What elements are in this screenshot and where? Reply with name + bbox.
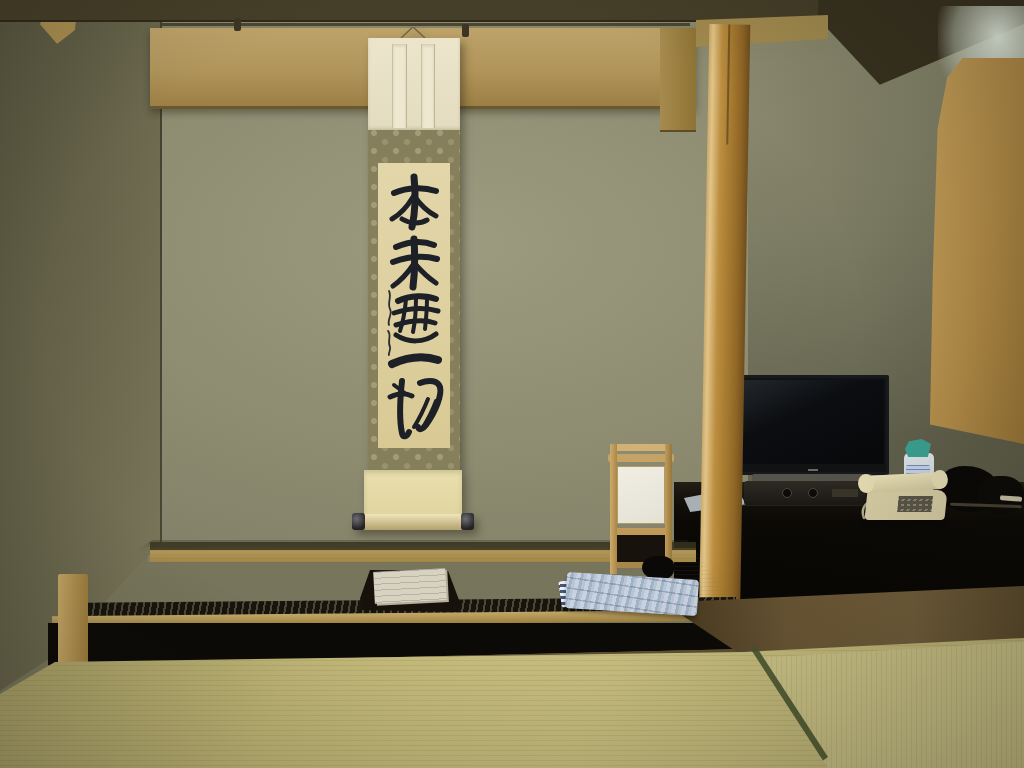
char-mu xyxy=(394,296,438,341)
lantern-leg xyxy=(665,444,672,574)
lintel-end-piece xyxy=(660,28,696,132)
player-knob xyxy=(782,488,792,498)
spray-bottle-trigger xyxy=(905,439,931,457)
roller-knob-left xyxy=(352,513,365,530)
scroll-bottom-section xyxy=(364,470,462,516)
wall-cabinet xyxy=(928,58,1024,450)
char-ichi xyxy=(392,357,438,364)
lantern-mid-rail xyxy=(612,528,670,535)
phone-keypad xyxy=(897,496,933,512)
tv-stand xyxy=(752,474,872,481)
futai-strip xyxy=(421,44,435,128)
tv-screen xyxy=(740,380,884,464)
char-rai xyxy=(393,239,437,287)
folded-yukata xyxy=(560,572,702,620)
player-knob xyxy=(808,488,818,498)
paper-lantern xyxy=(608,444,676,580)
artist-signature xyxy=(388,291,391,355)
scroll-top-section xyxy=(368,38,460,130)
platform-end-post xyxy=(58,574,88,664)
media-player xyxy=(744,481,870,505)
hanging-scroll xyxy=(352,26,474,532)
tv-logo xyxy=(808,469,818,471)
lantern-top-rail xyxy=(610,444,672,451)
lantern-leg xyxy=(610,444,617,574)
pillar-seam xyxy=(726,24,730,144)
telephone xyxy=(858,474,950,522)
scroll-roller xyxy=(358,514,468,530)
tv xyxy=(735,375,889,475)
futai-strip xyxy=(392,44,407,128)
room-scene xyxy=(0,0,1024,768)
player-display xyxy=(832,489,858,497)
welcome-tray xyxy=(356,564,464,614)
tray-papers xyxy=(373,568,447,604)
dark-items-on-cabinet xyxy=(938,458,1024,520)
char-hon xyxy=(392,177,436,227)
scroll-paper xyxy=(378,163,450,448)
scroll-hook-left xyxy=(234,18,241,31)
yukata-fold-lines xyxy=(565,572,699,616)
lantern-paper-panel xyxy=(617,466,665,524)
char-motsu xyxy=(390,381,440,436)
phone-body xyxy=(864,490,947,520)
calligraphy-text xyxy=(380,167,448,445)
roller-knob-right xyxy=(461,513,474,530)
